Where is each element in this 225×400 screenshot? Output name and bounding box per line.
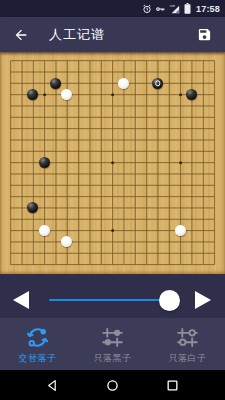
white-stone [118, 78, 129, 89]
save-button[interactable] [197, 27, 212, 42]
mode-alternate-label: 交替落子 [19, 352, 57, 365]
move-slider-track[interactable] [49, 299, 161, 301]
key-icon [155, 4, 166, 14]
app-bar: 人工记谱 [0, 17, 225, 52]
black-stone [27, 202, 38, 213]
mode-white-only-label: 只落白子 [169, 352, 207, 365]
alternate-stones-icon [25, 325, 50, 350]
mode-black-only[interactable]: 只落黑子 [75, 318, 150, 370]
arrow-left-icon [13, 27, 29, 43]
go-board[interactable] [0, 52, 225, 274]
phone-screen: LTE 17:58 人工记谱 [0, 0, 225, 400]
back-triangle-icon[interactable] [46, 379, 59, 392]
stone-layer [5, 55, 220, 270]
page-title: 人工记谱 [49, 26, 197, 44]
black-only-icon [100, 325, 125, 350]
white-stone [39, 225, 50, 236]
cell-signal-icon: LTE [169, 4, 181, 14]
playback-bar [0, 274, 225, 318]
white-only-icon [175, 325, 200, 350]
black-stone [39, 157, 50, 168]
white-stone [175, 225, 186, 236]
mode-black-only-label: 只落黑子 [94, 352, 132, 365]
home-circle-icon[interactable] [106, 379, 119, 392]
white-stone [61, 89, 72, 100]
black-stone [152, 78, 163, 89]
recents-square-icon[interactable] [166, 379, 179, 392]
status-bar: LTE 17:58 [0, 0, 225, 17]
mode-toolbar: 交替落子 只落黑子 只落白子 [0, 318, 225, 370]
black-stone [186, 89, 197, 100]
svg-text:LTE: LTE [170, 4, 175, 8]
battery-icon [184, 3, 191, 14]
board-grid-area [5, 55, 220, 270]
alarm-icon [142, 4, 152, 14]
next-move-button[interactable] [195, 291, 211, 309]
white-stone [61, 236, 72, 247]
last-move-marker [155, 81, 160, 86]
move-slider-thumb[interactable] [159, 290, 180, 311]
clock-time: 17:58 [196, 4, 220, 14]
previous-move-button[interactable] [13, 291, 29, 309]
black-stone [27, 89, 38, 100]
black-stone [50, 78, 61, 89]
mode-alternate-stones[interactable]: 交替落子 [0, 318, 75, 370]
floppy-disk-icon [197, 27, 212, 42]
android-nav-bar [0, 370, 225, 400]
mode-white-only[interactable]: 只落白子 [150, 318, 225, 370]
back-button[interactable] [13, 27, 29, 43]
